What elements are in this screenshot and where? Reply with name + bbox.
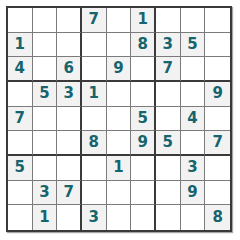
cell-r2c1[interactable]: 1 [8,33,33,58]
given-digit: 9 [187,185,197,200]
cell-r2c6[interactable]: 8 [131,33,156,58]
given-digit: 7 [89,12,99,27]
cell-r2c2[interactable] [33,33,58,58]
cell-r6c1[interactable] [8,131,33,156]
cell-r7c7[interactable] [156,156,181,181]
given-digit: 1 [39,210,49,225]
cell-r9c5[interactable] [107,205,132,230]
cell-r5c1[interactable]: 7 [8,107,33,132]
cell-r7c1[interactable]: 5 [8,156,33,181]
cell-r5c9[interactable] [205,107,230,132]
cell-r2c8[interactable]: 5 [181,33,206,58]
cell-r5c3[interactable] [57,107,82,132]
given-digit: 9 [137,135,147,150]
cell-r5c2[interactable] [33,107,58,132]
given-digit: 1 [113,160,123,175]
given-digit: 3 [163,37,173,52]
cell-r2c9[interactable] [205,33,230,58]
cell-r4c1[interactable] [8,82,33,107]
cell-r9c7[interactable] [156,205,181,230]
cell-r1c5[interactable] [107,8,132,33]
cell-r7c3[interactable] [57,156,82,181]
given-digit: 3 [63,86,73,101]
cell-r3c9[interactable] [205,57,230,82]
cell-r1c1[interactable] [8,8,33,33]
cell-r5c6[interactable]: 5 [131,107,156,132]
cell-r1c4[interactable]: 7 [82,8,107,33]
given-digit: 9 [113,61,123,76]
cell-r4c3[interactable]: 3 [57,82,82,107]
cell-r4c8[interactable] [181,82,206,107]
cell-r8c2[interactable]: 3 [33,181,58,206]
cell-r8c6[interactable] [131,181,156,206]
cell-r4c9[interactable]: 9 [205,82,230,107]
cell-r1c3[interactable] [57,8,82,33]
cell-r8c9[interactable] [205,181,230,206]
cell-r9c2[interactable]: 1 [33,205,58,230]
given-digit: 5 [15,160,25,175]
cell-r3c7[interactable]: 7 [156,57,181,82]
given-digit: 5 [39,86,49,101]
given-digit: 1 [137,12,147,27]
cell-r1c8[interactable] [181,8,206,33]
cell-r9c4[interactable]: 3 [82,205,107,230]
cell-r3c5[interactable]: 9 [107,57,132,82]
cell-r3c1[interactable]: 4 [8,57,33,82]
given-digit: 3 [187,160,197,175]
cell-r7c4[interactable] [82,156,107,181]
given-digit: 5 [163,135,173,150]
cell-r4c6[interactable] [131,82,156,107]
cell-r1c6[interactable]: 1 [131,8,156,33]
given-digit: 4 [187,111,197,126]
cell-r8c1[interactable] [8,181,33,206]
given-digit: 8 [137,37,147,52]
cell-r6c5[interactable] [107,131,132,156]
cell-r6c2[interactable] [33,131,58,156]
given-digit: 9 [212,86,222,101]
cell-r1c9[interactable] [205,8,230,33]
cell-r7c8[interactable]: 3 [181,156,206,181]
given-digit: 7 [212,135,222,150]
cell-r2c3[interactable] [57,33,82,58]
given-digit: 6 [63,61,73,76]
cell-r3c2[interactable] [33,57,58,82]
given-digit: 8 [89,135,99,150]
cell-r2c7[interactable]: 3 [156,33,181,58]
cell-r5c5[interactable] [107,107,132,132]
cell-r8c5[interactable] [107,181,132,206]
cell-r9c9[interactable]: 8 [205,205,230,230]
cell-r7c6[interactable] [131,156,156,181]
given-digit: 8 [212,210,222,225]
cell-r2c5[interactable] [107,33,132,58]
cell-r4c7[interactable] [156,82,181,107]
given-digit: 1 [15,37,25,52]
given-digit: 5 [187,37,197,52]
cell-r2c4[interactable] [82,33,107,58]
cell-r3c6[interactable] [131,57,156,82]
given-digit: 3 [39,185,49,200]
cell-r1c2[interactable] [33,8,58,33]
given-digit: 7 [15,111,25,126]
cell-r4c5[interactable] [107,82,132,107]
cell-r6c6[interactable]: 9 [131,131,156,156]
sudoku-board: 711835469753197548957513379138 [6,6,232,232]
cell-r5c8[interactable]: 4 [181,107,206,132]
cell-r9c8[interactable] [181,205,206,230]
given-digit: 5 [137,111,147,126]
given-digit: 7 [163,61,173,76]
cell-r3c3[interactable]: 6 [57,57,82,82]
cell-r6c9[interactable]: 7 [205,131,230,156]
cell-r9c6[interactable] [131,205,156,230]
cell-r6c7[interactable]: 5 [156,131,181,156]
given-digit: 7 [63,185,73,200]
cell-r7c5[interactable]: 1 [107,156,132,181]
given-digit: 1 [89,86,99,101]
cell-r3c8[interactable] [181,57,206,82]
cell-r7c2[interactable] [33,156,58,181]
cell-r8c7[interactable] [156,181,181,206]
cell-r4c4[interactable]: 1 [82,82,107,107]
cell-r5c7[interactable] [156,107,181,132]
cell-r6c3[interactable] [57,131,82,156]
cell-r6c8[interactable] [181,131,206,156]
cell-r8c4[interactable] [82,181,107,206]
cell-r3c4[interactable] [82,57,107,82]
cell-r1c7[interactable] [156,8,181,33]
cell-r6c4[interactable]: 8 [82,131,107,156]
cell-r8c3[interactable]: 7 [57,181,82,206]
cell-r5c4[interactable] [82,107,107,132]
cell-r8c8[interactable]: 9 [181,181,206,206]
cell-r7c9[interactable] [205,156,230,181]
cell-r4c2[interactable]: 5 [33,82,58,107]
given-digit: 4 [15,61,25,76]
given-digit: 3 [89,210,99,225]
cell-r9c1[interactable] [8,205,33,230]
cell-r9c3[interactable] [57,205,82,230]
